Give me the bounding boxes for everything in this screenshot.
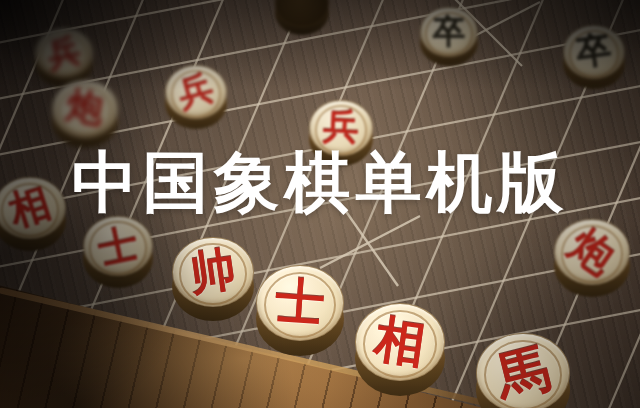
piece-face: 卒 — [420, 7, 478, 58]
piece-character: 馬 — [469, 324, 577, 408]
piece-卒[interactable]: 卒 — [563, 25, 625, 89]
piece-帅[interactable]: 帅 — [172, 237, 254, 321]
piece-士[interactable]: 士 — [83, 216, 153, 288]
piece-士[interactable]: 士 — [256, 265, 344, 356]
piece-炮[interactable]: 炮 — [554, 219, 630, 297]
piece-face: 士 — [256, 265, 344, 341]
piece-hidden[interactable] — [275, 0, 329, 35]
piece-face: 士 — [83, 216, 153, 277]
piece-face: 馬 — [476, 333, 570, 408]
piece-character: 卒 — [561, 22, 628, 82]
piece-兵[interactable]: 兵 — [165, 65, 227, 129]
piece-face: 帅 — [172, 237, 254, 308]
piece-炮[interactable]: 炮 — [52, 80, 118, 148]
piece-character: 帅 — [169, 232, 258, 311]
piece-face: 相 — [355, 303, 445, 381]
piece-相[interactable]: 相 — [355, 303, 445, 396]
piece-character: 士 — [255, 263, 346, 343]
piece-face: 卒 — [563, 25, 625, 79]
piece-face: 炮 — [52, 80, 118, 137]
piece-character: 相 — [351, 298, 449, 385]
piece-character: 炮 — [49, 76, 122, 142]
splash-photo: 卒卒兵兵炮兵相士炮帅士相馬 中国象棋单机版 — [0, 0, 640, 408]
piece-face: 兵 — [35, 28, 93, 79]
piece-face: 兵 — [165, 65, 227, 119]
piece-face: 炮 — [554, 219, 630, 285]
piece-馬[interactable]: 馬 — [476, 333, 570, 408]
piece-卒[interactable]: 卒 — [420, 7, 478, 67]
game-title: 中国象棋单机版 — [0, 148, 640, 217]
piece-character: 卒 — [421, 8, 477, 57]
